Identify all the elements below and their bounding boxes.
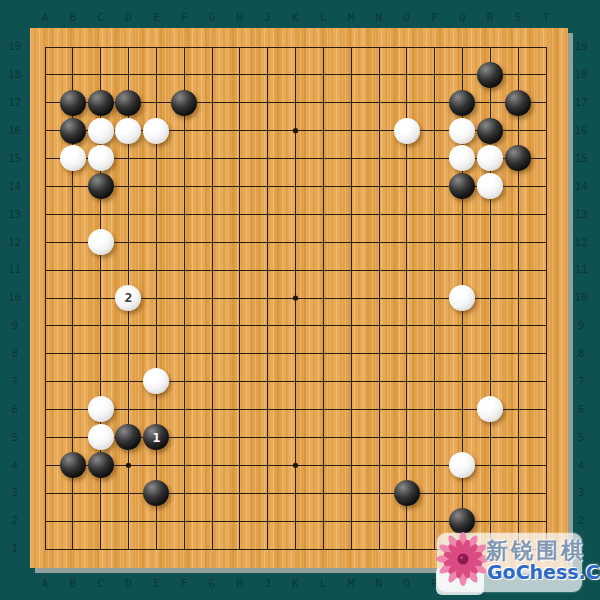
stone-Q17-black (449, 90, 475, 116)
stone-R15-white (477, 145, 503, 171)
stone-E16-white (143, 118, 169, 144)
col-label-bottom-Q: Q (448, 574, 476, 592)
row-label-right-1: 1 (567, 535, 595, 563)
stone-C6-white (88, 396, 114, 422)
col-label-top-O: O (393, 8, 421, 26)
stone-Q16-white (449, 118, 475, 144)
stone-R14-white (477, 173, 503, 199)
stone-Q2-black (449, 508, 475, 534)
row-label-right-7: 7 (567, 368, 595, 396)
stone-C5-white (88, 424, 114, 450)
row-label-left-11: 11 (1, 256, 28, 284)
row-label-left-15: 15 (1, 145, 28, 173)
col-label-bottom-L: L (309, 574, 337, 592)
row-label-right-11: 11 (567, 256, 595, 284)
stone-D17-black (115, 90, 141, 116)
col-label-top-P: P (421, 8, 449, 26)
col-label-bottom-P: P (421, 574, 449, 592)
col-label-top-S: S (504, 8, 532, 26)
row-label-right-19: 19 (567, 33, 595, 61)
stone-D5-black (115, 424, 141, 450)
move-number-label: 1 (152, 431, 160, 444)
row-label-right-10: 10 (567, 284, 595, 312)
stone-Q14-black (449, 173, 475, 199)
col-label-top-H: H (226, 8, 254, 26)
stone-R18-black (477, 62, 503, 88)
row-label-right-12: 12 (567, 228, 595, 256)
stones-layer: 12 (31, 33, 560, 563)
row-label-left-17: 17 (1, 89, 28, 117)
row-label-left-19: 19 (1, 33, 28, 61)
col-label-bottom-J: J (254, 574, 282, 592)
stone-C15-white (88, 145, 114, 171)
row-label-left-1: 1 (1, 535, 28, 563)
stone-O3-black (394, 480, 420, 506)
stone-B17-black (60, 90, 86, 116)
col-label-top-Q: Q (448, 8, 476, 26)
row-label-right-17: 17 (567, 89, 595, 117)
col-label-top-L: L (309, 8, 337, 26)
col-label-top-A: A (31, 8, 59, 26)
stone-C17-black (88, 90, 114, 116)
stone-D16-white (115, 118, 141, 144)
row-label-right-16: 16 (567, 117, 595, 145)
go-board-app: ABCDEFGHJKLMNOPQRST ABCDEFGHJKLMNOPQRST … (0, 0, 600, 600)
col-label-bottom-H: H (226, 574, 254, 592)
row-label-left-18: 18 (1, 61, 28, 89)
col-label-bottom-K: K (281, 574, 309, 592)
row-label-left-14: 14 (1, 172, 28, 200)
stone-R6-white (477, 396, 503, 422)
stone-O16-white (394, 118, 420, 144)
row-label-right-5: 5 (567, 423, 595, 451)
stone-C4-black (88, 452, 114, 478)
stone-R16-black (477, 118, 503, 144)
row-label-left-9: 9 (1, 312, 28, 340)
col-label-top-F: F (170, 8, 198, 26)
col-label-bottom-A: A (31, 574, 59, 592)
row-label-right-9: 9 (567, 312, 595, 340)
col-label-bottom-O: O (393, 574, 421, 592)
stone-Q10-white (449, 285, 475, 311)
column-labels-top: ABCDEFGHJKLMNOPQRST (31, 8, 561, 26)
column-labels-bottom: ABCDEFGHJKLMNOPQRST (31, 574, 561, 592)
row-label-left-13: 13 (1, 200, 28, 228)
row-label-right-13: 13 (567, 200, 595, 228)
stone-S15-black (505, 145, 531, 171)
col-label-bottom-E: E (142, 574, 170, 592)
row-label-right-18: 18 (567, 61, 595, 89)
stone-F17-black (171, 90, 197, 116)
stone-E7-white (143, 368, 169, 394)
row-label-right-6: 6 (567, 395, 595, 423)
col-label-top-J: J (254, 8, 282, 26)
stone-B16-black (60, 118, 86, 144)
row-label-left-5: 5 (1, 423, 28, 451)
col-label-top-K: K (281, 8, 309, 26)
row-label-left-4: 4 (1, 451, 28, 479)
col-label-top-C: C (87, 8, 115, 26)
row-label-right-8: 8 (567, 340, 595, 368)
stone-S17-black (505, 90, 531, 116)
row-label-right-3: 3 (567, 479, 595, 507)
col-label-top-N: N (365, 8, 393, 26)
row-label-right-4: 4 (567, 451, 595, 479)
row-labels-left: 19181716151413121110987654321 (1, 33, 28, 564)
row-label-left-3: 3 (1, 479, 28, 507)
stone-C16-white (88, 118, 114, 144)
col-label-top-G: G (198, 8, 226, 26)
col-label-bottom-D: D (114, 574, 142, 592)
col-label-bottom-G: G (198, 574, 226, 592)
col-label-bottom-N: N (365, 574, 393, 592)
col-label-bottom-F: F (170, 574, 198, 592)
row-label-left-16: 16 (1, 117, 28, 145)
stone-C14-black (88, 173, 114, 199)
col-label-top-B: B (59, 8, 87, 26)
row-label-right-15: 15 (567, 145, 595, 173)
row-label-right-2: 2 (567, 507, 595, 535)
stone-Q15-white (449, 145, 475, 171)
stone-E5-black: 1 (143, 424, 169, 450)
row-labels-right: 19181716151413121110987654321 (567, 33, 595, 564)
stone-D10-white: 2 (115, 285, 141, 311)
stone-B4-black (60, 452, 86, 478)
col-label-top-M: M (337, 8, 365, 26)
row-label-right-14: 14 (567, 172, 595, 200)
row-label-left-8: 8 (1, 340, 28, 368)
row-label-left-12: 12 (1, 228, 28, 256)
col-label-bottom-B: B (59, 574, 87, 592)
stone-Q4-white (449, 452, 475, 478)
go-board[interactable]: 12 (30, 28, 568, 568)
col-label-top-E: E (142, 8, 170, 26)
row-label-left-7: 7 (1, 368, 28, 396)
row-label-left-2: 2 (1, 507, 28, 535)
row-label-left-10: 10 (1, 284, 28, 312)
move-number-label: 2 (125, 291, 133, 304)
stone-E3-black (143, 480, 169, 506)
col-label-bottom-S: S (504, 574, 532, 592)
col-label-bottom-R: R (476, 574, 504, 592)
col-label-top-D: D (114, 8, 142, 26)
col-label-top-R: R (476, 8, 504, 26)
col-label-bottom-T: T (532, 574, 560, 592)
col-label-bottom-C: C (87, 574, 115, 592)
stone-C12-white (88, 229, 114, 255)
row-label-left-6: 6 (1, 395, 28, 423)
col-label-top-T: T (532, 8, 560, 26)
stone-B15-white (60, 145, 86, 171)
col-label-bottom-M: M (337, 574, 365, 592)
